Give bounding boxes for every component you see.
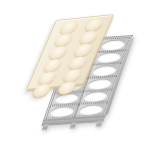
tray-pit-r1c1 xyxy=(58,20,80,34)
tray-pit-r2c2 xyxy=(77,30,99,44)
board-photo-stage xyxy=(0,0,160,160)
frame-foot-right xyxy=(96,121,103,126)
tray-pit-r4c1 xyxy=(41,58,63,72)
frame-hole-r6c2 xyxy=(78,104,104,115)
tray-pit-r5c1 xyxy=(36,71,58,85)
frame-foot-middle xyxy=(70,122,77,127)
tray-pit-r1c2 xyxy=(83,18,105,32)
tray-pit-r2c1 xyxy=(52,33,74,47)
frame-hole-r5c1 xyxy=(54,93,80,104)
frame-hole-r1c2 xyxy=(100,39,126,50)
frame-hole-r6c1 xyxy=(49,106,75,117)
frame-hole-r5c2 xyxy=(83,91,109,102)
tray-pit-r3c1 xyxy=(47,46,69,60)
frame-hole-r2c2 xyxy=(96,52,122,63)
frame-foot-left xyxy=(42,124,49,129)
frame-cell-r6c2 xyxy=(75,102,108,117)
tray-pit-r4c2 xyxy=(66,56,88,70)
tray-pit-r5c2 xyxy=(61,68,83,82)
frame-hole-r3c2 xyxy=(92,65,118,76)
tray-pit-r6c1 xyxy=(30,84,52,98)
tray-pit-r3c2 xyxy=(72,43,94,57)
frame-hole-r4c2 xyxy=(87,78,113,89)
